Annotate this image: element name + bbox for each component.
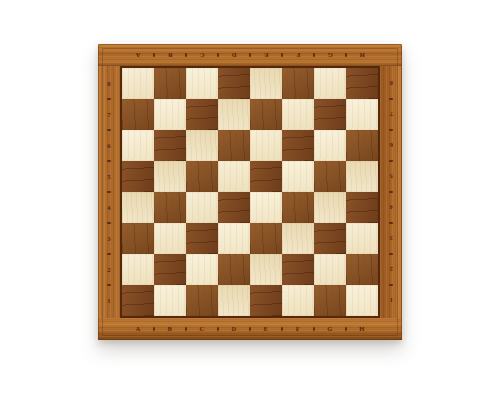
- frame-tick-mark: [389, 253, 393, 255]
- square-b5: [154, 161, 186, 192]
- frame-tick-mark: [249, 53, 251, 57]
- square-e5: [250, 161, 282, 192]
- square-g1: [314, 285, 346, 316]
- frame-tick-mark: [249, 327, 251, 331]
- square-h3: [346, 223, 378, 254]
- frame-tick-mark: [389, 160, 393, 162]
- product-photo-scene: ABCDEFGH ABCDEFGH 87654321 87654321: [0, 0, 500, 400]
- frame-tick-mark: [107, 129, 111, 131]
- file-label-f: F: [282, 318, 314, 340]
- frame-tick-mark: [389, 284, 393, 286]
- frame-tick-mark: [389, 129, 393, 131]
- square-b6: [154, 130, 186, 161]
- file-label-d: D: [218, 44, 250, 66]
- square-f1: [282, 285, 314, 316]
- frame-tick-mark: [389, 191, 393, 193]
- rank-label-8: 8: [380, 68, 402, 99]
- rank-label-4: 4: [380, 192, 402, 223]
- square-b2: [154, 254, 186, 285]
- frame-tick-mark: [389, 98, 393, 100]
- square-d7: [218, 99, 250, 130]
- frame-tick-mark: [313, 53, 315, 57]
- square-a8: [122, 68, 154, 99]
- board-frame-left: 87654321: [98, 66, 120, 318]
- square-d6: [218, 130, 250, 161]
- square-g5: [314, 161, 346, 192]
- frame-tick-mark: [107, 253, 111, 255]
- square-d4: [218, 192, 250, 223]
- frame-tick-mark: [345, 53, 347, 57]
- square-c2: [186, 254, 218, 285]
- frame-tick-mark: [217, 53, 219, 57]
- square-a4: [122, 192, 154, 223]
- rank-label-6: 6: [380, 130, 402, 161]
- file-label-g: G: [314, 44, 346, 66]
- file-label-b: B: [154, 44, 186, 66]
- frame-tick-mark: [107, 191, 111, 193]
- square-d8: [218, 68, 250, 99]
- rank-label-3: 3: [98, 223, 120, 254]
- rank-label-7: 7: [380, 99, 402, 130]
- square-c5: [186, 161, 218, 192]
- frame-tick-mark: [153, 327, 155, 331]
- frame-tick-mark: [217, 327, 219, 331]
- square-a3: [122, 223, 154, 254]
- square-d3: [218, 223, 250, 254]
- square-e1: [250, 285, 282, 316]
- file-label-c: C: [186, 318, 218, 340]
- square-f2: [282, 254, 314, 285]
- square-h5: [346, 161, 378, 192]
- square-c7: [186, 99, 218, 130]
- square-e7: [250, 99, 282, 130]
- frame-tick-mark: [185, 327, 187, 331]
- chess-board: ABCDEFGH ABCDEFGH 87654321 87654321: [98, 44, 402, 340]
- square-c8: [186, 68, 218, 99]
- square-a5: [122, 161, 154, 192]
- rank-label-8: 8: [98, 68, 120, 99]
- file-label-h: H: [346, 44, 378, 66]
- rank-label-2: 2: [380, 254, 402, 285]
- square-a6: [122, 130, 154, 161]
- board-frame-bottom: ABCDEFGH: [98, 318, 402, 340]
- square-b8: [154, 68, 186, 99]
- square-c4: [186, 192, 218, 223]
- square-h8: [346, 68, 378, 99]
- rank-label-1: 1: [380, 285, 402, 316]
- square-e8: [250, 68, 282, 99]
- square-e6: [250, 130, 282, 161]
- file-label-a: A: [122, 318, 154, 340]
- square-f5: [282, 161, 314, 192]
- rank-label-2: 2: [98, 254, 120, 285]
- board-frame-top: ABCDEFGH: [98, 44, 402, 66]
- square-a1: [122, 285, 154, 316]
- frame-tick-mark: [345, 327, 347, 331]
- square-g3: [314, 223, 346, 254]
- square-f4: [282, 192, 314, 223]
- square-g8: [314, 68, 346, 99]
- square-b1: [154, 285, 186, 316]
- square-e4: [250, 192, 282, 223]
- file-label-e: E: [250, 44, 282, 66]
- square-h1: [346, 285, 378, 316]
- square-h2: [346, 254, 378, 285]
- frame-tick-mark: [107, 284, 111, 286]
- square-d1: [218, 285, 250, 316]
- square-b7: [154, 99, 186, 130]
- square-f8: [282, 68, 314, 99]
- frame-tick-mark: [153, 53, 155, 57]
- rank-label-5: 5: [98, 161, 120, 192]
- square-d5: [218, 161, 250, 192]
- square-a2: [122, 254, 154, 285]
- square-g7: [314, 99, 346, 130]
- file-label-f: F: [282, 44, 314, 66]
- square-g6: [314, 130, 346, 161]
- square-c6: [186, 130, 218, 161]
- board-frame-right: 87654321: [380, 66, 402, 318]
- rank-label-6: 6: [98, 130, 120, 161]
- square-f6: [282, 130, 314, 161]
- rank-label-7: 7: [98, 99, 120, 130]
- square-b3: [154, 223, 186, 254]
- rank-label-1: 1: [98, 285, 120, 316]
- square-h4: [346, 192, 378, 223]
- square-h6: [346, 130, 378, 161]
- rank-label-3: 3: [380, 223, 402, 254]
- file-label-h: H: [346, 318, 378, 340]
- frame-tick-mark: [389, 222, 393, 224]
- file-label-d: D: [218, 318, 250, 340]
- frame-tick-mark: [107, 222, 111, 224]
- square-g4: [314, 192, 346, 223]
- file-label-b: B: [154, 318, 186, 340]
- file-label-e: E: [250, 318, 282, 340]
- square-f7: [282, 99, 314, 130]
- playing-field-border: [120, 66, 380, 318]
- frame-tick-mark: [281, 53, 283, 57]
- square-c1: [186, 285, 218, 316]
- rank-label-5: 5: [380, 161, 402, 192]
- file-label-c: C: [186, 44, 218, 66]
- file-label-g: G: [314, 318, 346, 340]
- frame-tick-mark: [313, 327, 315, 331]
- square-e2: [250, 254, 282, 285]
- square-d2: [218, 254, 250, 285]
- square-g2: [314, 254, 346, 285]
- frame-tick-mark: [107, 98, 111, 100]
- square-f3: [282, 223, 314, 254]
- frame-tick-mark: [281, 327, 283, 331]
- square-c3: [186, 223, 218, 254]
- square-e3: [250, 223, 282, 254]
- square-b4: [154, 192, 186, 223]
- squares-grid: [122, 68, 378, 316]
- square-h7: [346, 99, 378, 130]
- rank-label-4: 4: [98, 192, 120, 223]
- frame-tick-mark: [185, 53, 187, 57]
- frame-tick-mark: [107, 160, 111, 162]
- file-label-a: A: [122, 44, 154, 66]
- square-a7: [122, 99, 154, 130]
